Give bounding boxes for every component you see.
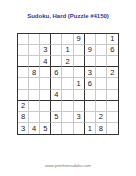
cell-r9c3: 5	[40, 123, 51, 134]
cell-r1c6: 9	[74, 34, 85, 45]
cell-r3c6	[74, 56, 85, 67]
cell-r7c9	[107, 101, 118, 112]
cell-r8c8: 2	[96, 112, 107, 123]
cell-r5c8	[96, 78, 107, 89]
cell-r3c9	[107, 56, 118, 67]
cell-r6c7	[85, 90, 96, 101]
cell-r4c6	[74, 67, 85, 78]
cell-r7c1: 2	[18, 101, 29, 112]
cell-r6c8	[96, 90, 107, 101]
cell-r2c5: 1	[62, 45, 73, 56]
cell-r1c8	[96, 34, 107, 45]
cell-r4c7: 3	[85, 67, 96, 78]
cell-r4c1	[18, 67, 29, 78]
cell-r3c1	[18, 56, 29, 67]
cell-r5c2	[29, 78, 40, 89]
cell-r8c5	[62, 112, 73, 123]
cell-r9c1: 3	[18, 123, 29, 134]
cell-r8c9	[107, 112, 118, 123]
cell-r8c6: 3	[74, 112, 85, 123]
cell-r9c7: 1	[85, 123, 96, 134]
cell-r9c2: 4	[29, 123, 40, 134]
sudoku-grid: 9131964286321642853234518	[17, 33, 119, 135]
cell-r2c3: 3	[40, 45, 51, 56]
cell-r3c7	[85, 56, 96, 67]
cell-r9c9	[107, 123, 118, 134]
cell-r7c8	[96, 101, 107, 112]
cell-r9c5	[62, 123, 73, 134]
cell-r4c2: 8	[29, 67, 40, 78]
cell-r7c5	[62, 101, 73, 112]
cell-r1c1	[18, 34, 29, 45]
cell-r2c7: 9	[85, 45, 96, 56]
cell-r8c4: 5	[51, 112, 62, 123]
cell-r4c5	[62, 67, 73, 78]
cell-r1c2	[29, 34, 40, 45]
cell-r3c4	[51, 56, 62, 67]
cell-r6c3	[40, 90, 51, 101]
cell-r4c4: 6	[51, 67, 62, 78]
cell-r5c3	[40, 78, 51, 89]
cell-r2c8	[96, 45, 107, 56]
cell-r5c1	[18, 78, 29, 89]
cell-r6c4: 4	[51, 90, 62, 101]
footer-url: www.printfreesudoku.com	[0, 163, 136, 168]
cell-r7c2	[29, 101, 40, 112]
cell-r6c1	[18, 90, 29, 101]
cell-r7c3	[40, 101, 51, 112]
cell-r1c3	[40, 34, 51, 45]
cell-r5c9	[107, 78, 118, 89]
puzzle-title: Sudoku, Hard (Puzzle #4150)	[0, 13, 136, 20]
cell-r4c3	[40, 67, 51, 78]
cell-r5c6: 1	[74, 78, 85, 89]
cell-r9c6	[74, 123, 85, 134]
cell-r1c5	[62, 34, 73, 45]
cell-r3c8	[96, 56, 107, 67]
cell-r1c4	[51, 34, 62, 45]
cell-r3c2	[29, 56, 40, 67]
cell-r4c9: 2	[107, 67, 118, 78]
cell-r7c4	[51, 101, 62, 112]
cell-r8c1: 8	[18, 112, 29, 123]
cell-r5c5	[62, 78, 73, 89]
cell-r2c2	[29, 45, 40, 56]
cell-r4c8	[96, 67, 107, 78]
cell-r9c8: 8	[96, 123, 107, 134]
cell-r6c2	[29, 90, 40, 101]
cell-r3c5: 2	[62, 56, 73, 67]
cell-r2c1	[18, 45, 29, 56]
cell-r5c7: 6	[85, 78, 96, 89]
cell-r2c4	[51, 45, 62, 56]
cell-r7c7	[85, 101, 96, 112]
cell-r8c7	[85, 112, 96, 123]
cell-r1c7	[85, 34, 96, 45]
cell-r6c9	[107, 90, 118, 101]
cell-r8c2	[29, 112, 40, 123]
cell-r1c9: 1	[107, 34, 118, 45]
cell-r3c3: 4	[40, 56, 51, 67]
cell-r8c3	[40, 112, 51, 123]
cell-r5c4	[51, 78, 62, 89]
cell-r2c6	[74, 45, 85, 56]
cell-r9c4	[51, 123, 62, 134]
cell-r2c9: 6	[107, 45, 118, 56]
cell-r6c5	[62, 90, 73, 101]
cell-r7c6	[74, 101, 85, 112]
cell-r6c6	[74, 90, 85, 101]
